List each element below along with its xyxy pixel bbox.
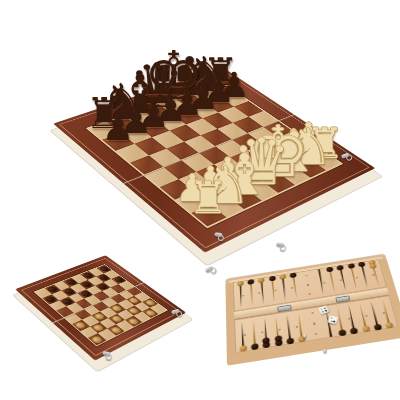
die-pip: [322, 311, 324, 313]
chess-board: [53, 67, 375, 252]
backgammon-checker-dark: [326, 267, 334, 273]
backgammon-checker-dark: [347, 263, 355, 269]
backgammon-checker-gold: [237, 281, 244, 287]
checkers-board: [15, 255, 186, 360]
die-pip: [325, 310, 327, 312]
product-photo-3in1-game-set: ♜♞♝♛♚♝♞♜♟♟♟♟♟♟♟♟♟♟♟♟♟♟♟♟♜♞♝♛♚♝♞♜: [0, 0, 400, 400]
die-pip: [320, 308, 322, 310]
backgammon-checker-gold: [369, 263, 377, 269]
backgammon-checker-dark: [338, 329, 346, 336]
die-pip: [324, 307, 326, 309]
backgammon-checker-dark: [373, 324, 382, 331]
backgammon-checker-dark: [269, 276, 276, 282]
backgammon-checker-gold: [385, 322, 394, 329]
backgammon-checker-dark: [290, 272, 297, 278]
backgammon-checker-dark: [286, 338, 294, 345]
backgammon-checker-gold: [258, 277, 265, 283]
backgammon-checker-dark: [247, 279, 254, 285]
backgammon-checker-dark: [350, 327, 359, 334]
backgammon-case: [226, 254, 400, 358]
metal-clasp-chess-bottom-right: [275, 242, 288, 253]
screw-icon: [303, 334, 307, 338]
backgammon-checker-dark: [358, 261, 366, 267]
metal-clasp-checkers-bottom: [101, 351, 114, 362]
backgammon-checker-gold: [239, 345, 247, 352]
metal-clasp-backgammon-left: [205, 264, 220, 278]
backgammon-checker-dark: [251, 343, 259, 350]
metal-clasp-chess-bottom: [213, 232, 226, 243]
die-pip: [331, 317, 333, 319]
backgammon-checker-gold: [362, 326, 371, 333]
backgammon-checker-dark: [337, 265, 345, 271]
screw-icon: [323, 349, 327, 353]
backgammon-checker-gold: [279, 274, 286, 280]
